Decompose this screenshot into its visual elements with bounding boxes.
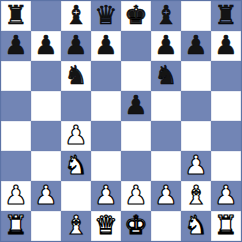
square-b7[interactable]: ♟ — [31, 31, 61, 61]
chess-board: ♜♝♛♚♝♜♟♟♟♟♟♟♟♞♞♟♟♞♟♟♟♟♟♟♝♟♜♝♛♚♞♜ — [0, 0, 242, 242]
piece-white-pawn[interactable]: ♟ — [94, 182, 117, 208]
square-f8[interactable]: ♝ — [151, 1, 181, 31]
square-g6[interactable] — [181, 61, 211, 91]
square-h1[interactable]: ♜ — [211, 211, 241, 241]
square-h7[interactable]: ♟ — [211, 31, 241, 61]
square-h5[interactable] — [211, 91, 241, 121]
square-g8[interactable] — [181, 1, 211, 31]
square-d3[interactable] — [91, 151, 121, 181]
square-c6[interactable]: ♞ — [61, 61, 91, 91]
square-g4[interactable] — [181, 121, 211, 151]
piece-white-king[interactable]: ♚ — [124, 212, 147, 238]
piece-white-pawn[interactable]: ♟ — [154, 182, 177, 208]
square-a2[interactable]: ♟ — [1, 181, 31, 211]
piece-black-pawn[interactable]: ♟ — [94, 32, 117, 58]
square-b3[interactable] — [31, 151, 61, 181]
square-b8[interactable] — [31, 1, 61, 31]
piece-white-pawn[interactable]: ♟ — [124, 182, 147, 208]
piece-black-pawn[interactable]: ♟ — [124, 92, 147, 118]
piece-white-queen[interactable]: ♛ — [94, 212, 117, 238]
square-f5[interactable] — [151, 91, 181, 121]
square-h6[interactable] — [211, 61, 241, 91]
square-c4[interactable]: ♟ — [61, 121, 91, 151]
piece-white-bishop[interactable]: ♝ — [184, 182, 207, 208]
square-a3[interactable] — [1, 151, 31, 181]
piece-black-pawn[interactable]: ♟ — [214, 32, 237, 58]
square-e4[interactable] — [121, 121, 151, 151]
square-e1[interactable]: ♚ — [121, 211, 151, 241]
square-d5[interactable] — [91, 91, 121, 121]
square-h2[interactable]: ♟ — [211, 181, 241, 211]
piece-white-pawn[interactable]: ♟ — [64, 122, 87, 148]
square-h4[interactable] — [211, 121, 241, 151]
square-h8[interactable]: ♜ — [211, 1, 241, 31]
square-a8[interactable]: ♜ — [1, 1, 31, 31]
square-a4[interactable] — [1, 121, 31, 151]
square-h3[interactable] — [211, 151, 241, 181]
square-c1[interactable]: ♝ — [61, 211, 91, 241]
square-c5[interactable] — [61, 91, 91, 121]
square-e3[interactable] — [121, 151, 151, 181]
piece-black-king[interactable]: ♚ — [124, 2, 147, 28]
square-e2[interactable]: ♟ — [121, 181, 151, 211]
piece-black-knight[interactable]: ♞ — [154, 62, 177, 88]
piece-white-pawn[interactable]: ♟ — [4, 182, 27, 208]
piece-white-rook[interactable]: ♜ — [214, 212, 237, 238]
square-b6[interactable] — [31, 61, 61, 91]
square-c8[interactable]: ♝ — [61, 1, 91, 31]
square-f6[interactable]: ♞ — [151, 61, 181, 91]
square-e5[interactable]: ♟ — [121, 91, 151, 121]
square-a7[interactable]: ♟ — [1, 31, 31, 61]
square-c7[interactable]: ♟ — [61, 31, 91, 61]
piece-black-rook[interactable]: ♜ — [4, 2, 27, 28]
square-f3[interactable] — [151, 151, 181, 181]
square-g5[interactable] — [181, 91, 211, 121]
square-d7[interactable]: ♟ — [91, 31, 121, 61]
square-b5[interactable] — [31, 91, 61, 121]
piece-black-bishop[interactable]: ♝ — [154, 2, 177, 28]
square-f1[interactable] — [151, 211, 181, 241]
piece-black-pawn[interactable]: ♟ — [34, 32, 57, 58]
square-g1[interactable]: ♞ — [181, 211, 211, 241]
square-a1[interactable]: ♜ — [1, 211, 31, 241]
piece-white-knight[interactable]: ♞ — [184, 212, 207, 238]
square-f7[interactable]: ♟ — [151, 31, 181, 61]
square-e7[interactable] — [121, 31, 151, 61]
square-c2[interactable] — [61, 181, 91, 211]
square-f4[interactable] — [151, 121, 181, 151]
square-e6[interactable] — [121, 61, 151, 91]
piece-black-rook[interactable]: ♜ — [214, 2, 237, 28]
square-a6[interactable] — [1, 61, 31, 91]
square-g7[interactable]: ♟ — [181, 31, 211, 61]
piece-white-pawn[interactable]: ♟ — [214, 182, 237, 208]
square-d8[interactable]: ♛ — [91, 1, 121, 31]
square-a5[interactable] — [1, 91, 31, 121]
piece-black-pawn[interactable]: ♟ — [4, 32, 27, 58]
square-d1[interactable]: ♛ — [91, 211, 121, 241]
square-b1[interactable] — [31, 211, 61, 241]
piece-white-pawn[interactable]: ♟ — [34, 182, 57, 208]
piece-black-pawn[interactable]: ♟ — [64, 32, 87, 58]
square-b4[interactable] — [31, 121, 61, 151]
piece-black-pawn[interactable]: ♟ — [154, 32, 177, 58]
piece-white-knight[interactable]: ♞ — [64, 152, 87, 178]
piece-black-queen[interactable]: ♛ — [94, 2, 117, 28]
piece-black-bishop[interactable]: ♝ — [64, 2, 87, 28]
square-g2[interactable]: ♝ — [181, 181, 211, 211]
square-g3[interactable]: ♟ — [181, 151, 211, 181]
square-c3[interactable]: ♞ — [61, 151, 91, 181]
piece-white-pawn[interactable]: ♟ — [184, 152, 207, 178]
square-d4[interactable] — [91, 121, 121, 151]
piece-white-rook[interactable]: ♜ — [4, 212, 27, 238]
square-d2[interactable]: ♟ — [91, 181, 121, 211]
square-b2[interactable]: ♟ — [31, 181, 61, 211]
square-f2[interactable]: ♟ — [151, 181, 181, 211]
piece-black-knight[interactable]: ♞ — [64, 62, 87, 88]
square-d6[interactable] — [91, 61, 121, 91]
square-e8[interactable]: ♚ — [121, 1, 151, 31]
piece-black-pawn[interactable]: ♟ — [184, 32, 207, 58]
piece-white-bishop[interactable]: ♝ — [64, 212, 87, 238]
